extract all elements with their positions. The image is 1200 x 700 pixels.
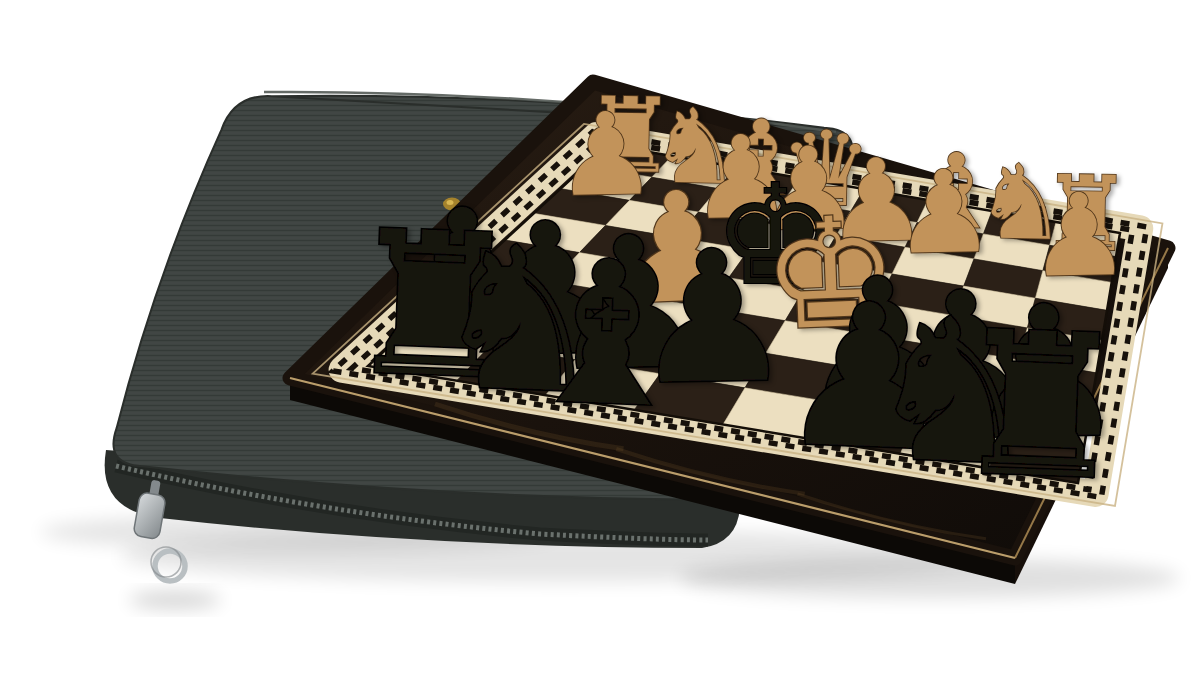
piece-black-rook-h8: ♜: [948, 288, 1134, 525]
piece-black-bishop-c8: ♝: [514, 216, 700, 453]
chess-set-photo-scene: ♜♞♟♝♛♟♝♟♞♟♜♟♟♚♟♚♟♟♟♜♟♞♝♟♟♟♟♞♜: [0, 0, 1200, 700]
soft-shadow: [129, 591, 221, 609]
chess-set-photo: ♜♞♟♝♛♟♝♟♞♟♜♟♟♚♟♚♟♟♟♜♟♞♝♟♟♟♟♞♜: [0, 0, 1200, 700]
soft-shadow: [680, 558, 1180, 598]
